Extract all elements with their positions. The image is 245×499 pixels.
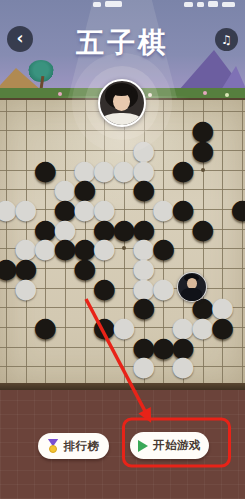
notch-icon [105,1,122,7]
white-stone: ● [94,238,114,258]
grid-line-vertical [242,100,243,384]
leaderboard-label: 排行榜 [64,439,100,454]
white-stone: ● [153,278,173,298]
mini-avatar-body [181,288,202,302]
leaderboard-button[interactable]: 排行榜 [38,433,109,459]
star-point [201,168,205,172]
grid-line-horizontal [0,347,245,348]
avatar-bangs [111,87,132,96]
black-stone: ● [75,258,95,278]
black-stone: ● [35,317,55,337]
black-stone: ● [173,160,193,180]
black-stone: ● [193,219,213,239]
alarm-icon [197,2,204,7]
black-stone: ● [153,238,173,258]
medal-icon [48,439,59,454]
white-stone: ● [16,278,36,298]
black-stone: ● [232,199,245,219]
bluetooth-icon [208,1,218,7]
start-game-label: 开始游戏 [153,438,201,453]
flower-dot [225,93,229,97]
black-stone: ● [94,278,114,298]
play-icon [138,440,148,452]
grid-line-vertical [6,100,7,384]
grid-line-horizontal [0,366,245,367]
player-avatar [98,79,146,127]
black-stone: ● [212,317,232,337]
signal-icon [93,2,101,7]
start-game-button[interactable]: 开始游戏 [130,432,209,459]
black-stone: ● [193,140,213,160]
black-stone: ● [134,297,154,317]
opponent-mini-avatar [177,272,207,302]
black-stone: ● [134,179,154,199]
wifi-icon [184,2,193,7]
gomoku-app-screen: ‹ ♫ 五子棋 ●●●●●●●●●●●●●●●●●●●●●●●●●●●●●●●●… [0,0,245,499]
flower-dot [203,91,207,95]
white-stone: ● [16,199,36,219]
battery-icon [222,2,235,7]
white-stone: ● [134,356,154,376]
white-stone: ● [173,356,193,376]
